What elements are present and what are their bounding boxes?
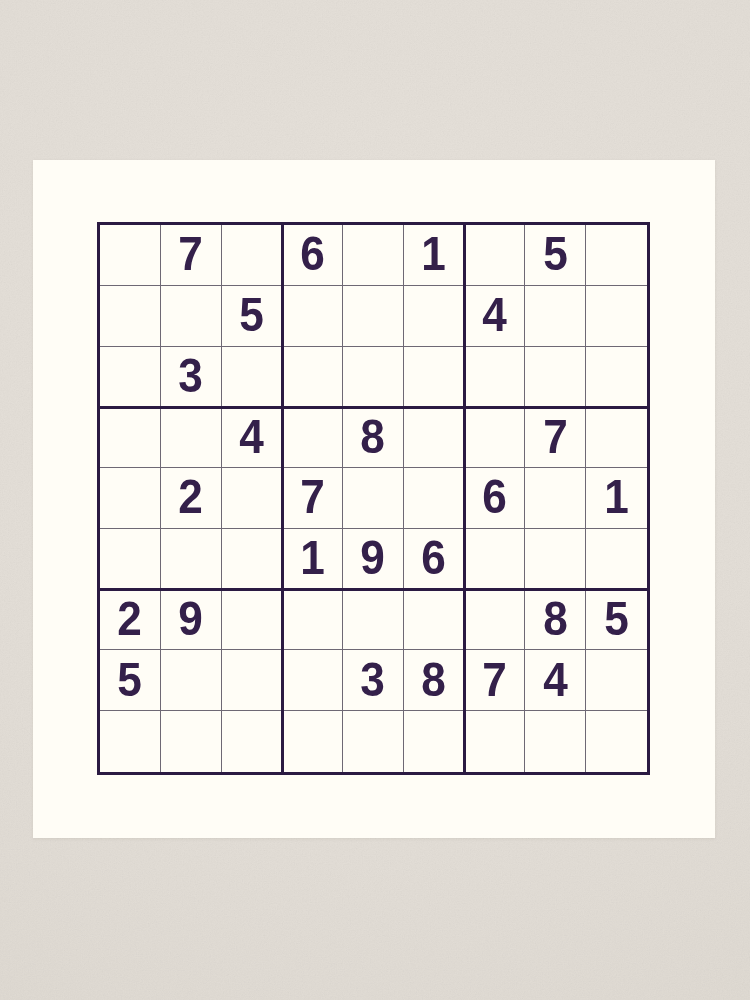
given-digit: 1 [300, 533, 325, 582]
cell-r1c1 [100, 225, 161, 286]
given-digit: 5 [239, 290, 264, 339]
cell-r7c7 [465, 590, 526, 651]
product-photo: 76155434872761196298553874 [0, 0, 750, 1000]
cell-r4c4 [282, 407, 343, 468]
cell-r1c6: 1 [404, 225, 465, 286]
sudoku-board: 76155434872761196298553874 [97, 222, 650, 775]
given-digit: 4 [482, 290, 507, 339]
cell-r5c5 [343, 468, 404, 529]
cell-r3c1 [100, 347, 161, 408]
cell-r5c7: 6 [465, 468, 526, 529]
given-digit: 5 [604, 594, 629, 643]
cell-r5c2: 2 [161, 468, 222, 529]
cell-r3c2: 3 [161, 347, 222, 408]
cell-r2c5 [343, 286, 404, 347]
cell-r2c9 [586, 286, 647, 347]
given-digit: 7 [482, 655, 507, 704]
cell-r4c5: 8 [343, 407, 404, 468]
given-digit: 9 [361, 533, 386, 582]
cell-r1c2: 7 [161, 225, 222, 286]
cell-r9c9 [586, 711, 647, 772]
cell-r5c9: 1 [586, 468, 647, 529]
cell-r7c2: 9 [161, 590, 222, 651]
cell-r7c9: 5 [586, 590, 647, 651]
art-print-paper: 76155434872761196298553874 [33, 160, 715, 838]
cell-r3c8 [525, 347, 586, 408]
given-digit: 4 [543, 655, 568, 704]
sudoku-cells: 76155434872761196298553874 [100, 225, 647, 772]
cell-r7c1: 2 [100, 590, 161, 651]
cell-r2c7: 4 [465, 286, 526, 347]
cell-r9c3 [222, 711, 283, 772]
cell-r6c5: 9 [343, 529, 404, 590]
cell-r2c2 [161, 286, 222, 347]
cell-r6c1 [100, 529, 161, 590]
cell-r2c4 [282, 286, 343, 347]
cell-r8c7: 7 [465, 650, 526, 711]
given-digit: 8 [421, 655, 446, 704]
cell-r6c3 [222, 529, 283, 590]
given-digit: 6 [421, 533, 446, 582]
given-digit: 3 [361, 655, 386, 704]
given-digit: 4 [239, 412, 264, 461]
cell-r8c4 [282, 650, 343, 711]
cell-r4c7 [465, 407, 526, 468]
cell-r3c5 [343, 347, 404, 408]
cell-r8c9 [586, 650, 647, 711]
cell-r8c1: 5 [100, 650, 161, 711]
given-digit: 7 [300, 472, 325, 521]
cell-r9c4 [282, 711, 343, 772]
cell-r2c1 [100, 286, 161, 347]
cell-r4c2 [161, 407, 222, 468]
cell-r5c6 [404, 468, 465, 529]
cell-r3c4 [282, 347, 343, 408]
cell-r3c7 [465, 347, 526, 408]
cell-r9c5 [343, 711, 404, 772]
cell-r4c6 [404, 407, 465, 468]
cell-r8c3 [222, 650, 283, 711]
given-digit: 9 [178, 594, 203, 643]
given-digit: 6 [482, 472, 507, 521]
given-digit: 7 [178, 229, 203, 278]
given-digit: 2 [178, 472, 203, 521]
cell-r6c9 [586, 529, 647, 590]
cell-r7c8: 8 [525, 590, 586, 651]
given-digit: 6 [300, 229, 325, 278]
given-digit: 1 [421, 229, 446, 278]
cell-r9c2 [161, 711, 222, 772]
given-digit: 7 [543, 412, 568, 461]
cell-r4c9 [586, 407, 647, 468]
given-digit: 8 [361, 412, 386, 461]
cell-r1c4: 6 [282, 225, 343, 286]
given-digit: 5 [118, 655, 143, 704]
cell-r5c3 [222, 468, 283, 529]
given-digit: 8 [543, 594, 568, 643]
cell-r5c4: 7 [282, 468, 343, 529]
cell-r3c3 [222, 347, 283, 408]
cell-r3c6 [404, 347, 465, 408]
cell-r1c9 [586, 225, 647, 286]
cell-r6c6: 6 [404, 529, 465, 590]
cell-r5c1 [100, 468, 161, 529]
cell-r4c1 [100, 407, 161, 468]
cell-r6c4: 1 [282, 529, 343, 590]
cell-r1c8: 5 [525, 225, 586, 286]
cell-r7c4 [282, 590, 343, 651]
given-digit: 3 [178, 351, 203, 400]
cell-r9c7 [465, 711, 526, 772]
cell-r4c3: 4 [222, 407, 283, 468]
cell-r1c3 [222, 225, 283, 286]
cell-r2c6 [404, 286, 465, 347]
cell-r1c5 [343, 225, 404, 286]
cell-r8c2 [161, 650, 222, 711]
cell-r8c8: 4 [525, 650, 586, 711]
cell-r7c3 [222, 590, 283, 651]
given-digit: 1 [604, 472, 629, 521]
given-digit: 5 [543, 229, 568, 278]
cell-r9c1 [100, 711, 161, 772]
cell-r5c8 [525, 468, 586, 529]
cell-r7c5 [343, 590, 404, 651]
cell-r9c6 [404, 711, 465, 772]
cell-r6c7 [465, 529, 526, 590]
cell-r2c3: 5 [222, 286, 283, 347]
cell-r6c8 [525, 529, 586, 590]
given-digit: 2 [118, 594, 143, 643]
cell-r2c8 [525, 286, 586, 347]
cell-r6c2 [161, 529, 222, 590]
cell-r9c8 [525, 711, 586, 772]
cell-r1c7 [465, 225, 526, 286]
cell-r3c9 [586, 347, 647, 408]
cell-r8c5: 3 [343, 650, 404, 711]
cell-r8c6: 8 [404, 650, 465, 711]
cell-r4c8: 7 [525, 407, 586, 468]
cell-r7c6 [404, 590, 465, 651]
